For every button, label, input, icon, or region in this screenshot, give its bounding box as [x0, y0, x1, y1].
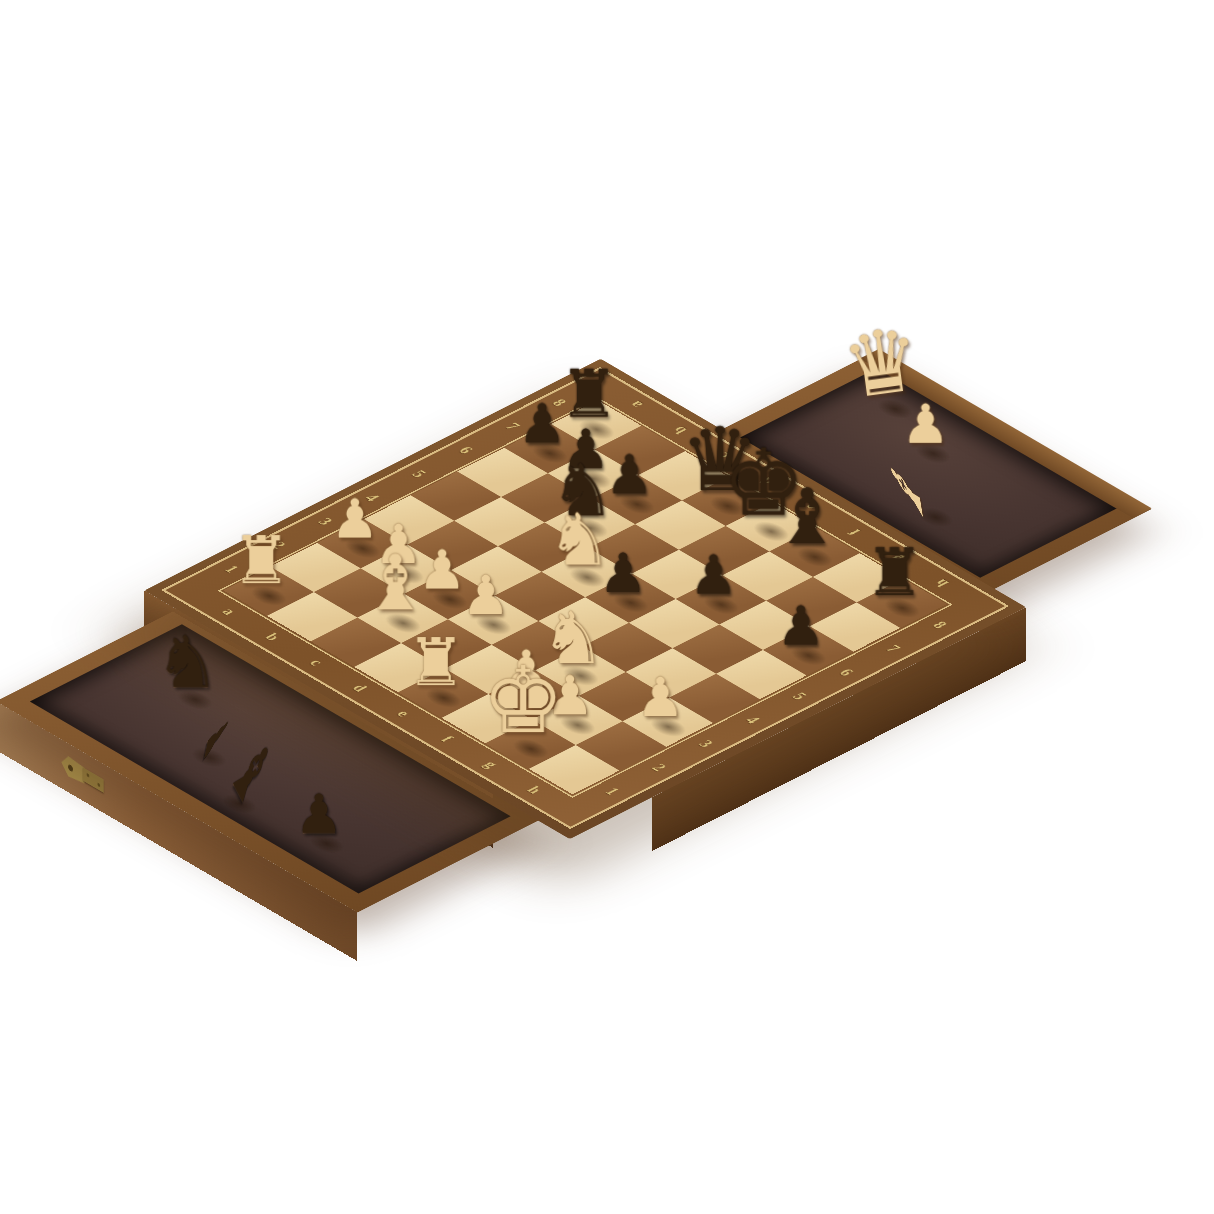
latch-hole [68, 764, 73, 773]
black-pawn-glyph: ♟ [731, 600, 871, 654]
white-king-glyph: ♚ [453, 655, 593, 747]
white-pawn-glyph: ♟ [856, 398, 996, 452]
latch-strap [83, 767, 103, 792]
white-rook-glyph: ♜ [191, 528, 331, 594]
black-pawn-glyph: ♟ [644, 549, 784, 603]
white-pawn-glyph: ♟ [590, 671, 730, 725]
black-pawn-glyph: ♟ [249, 788, 389, 842]
product-photo-stage: 88aa77bb66cc55dd44ee33ff22gg11hh ♜♛♚♝♜♟♟… [0, 0, 1214, 1214]
brass-latch-icon[interactable] [61, 751, 84, 786]
black-rook-glyph: ♜ [824, 540, 964, 606]
